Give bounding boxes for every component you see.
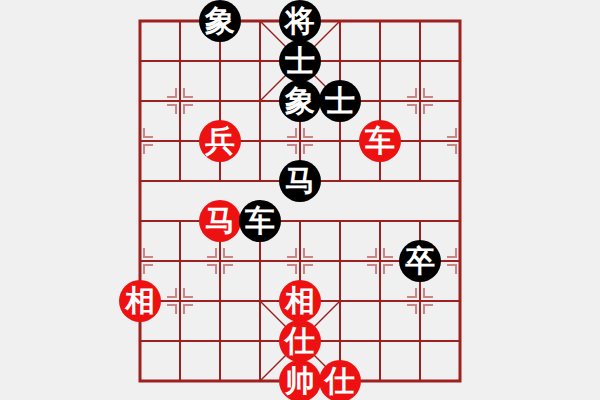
piece-black-elephant[interactable]: 象 [279, 80, 321, 122]
piece-red-general[interactable]: 帅 [279, 360, 321, 400]
piece-black-advisor[interactable]: 士 [319, 80, 361, 122]
piece-black-chariot[interactable]: 车 [239, 200, 281, 242]
piece-black-general[interactable]: 将 [279, 0, 321, 42]
piece-black-advisor[interactable]: 士 [279, 40, 321, 82]
piece-red-elephant[interactable]: 相 [119, 280, 161, 322]
piece-red-chariot[interactable]: 车 [359, 120, 401, 162]
piece-red-advisor[interactable]: 仕 [319, 360, 361, 400]
pieces-layer: 象将士象士兵车马马车卒相相仕帅仕 [120, 1, 480, 400]
piece-black-soldier[interactable]: 卒 [399, 240, 441, 282]
piece-black-elephant[interactable]: 象 [199, 0, 241, 42]
piece-black-horse[interactable]: 马 [279, 160, 321, 202]
xiangqi-app-window: 象将士象士兵车马马车卒相相仕帅仕 [0, 0, 600, 400]
piece-red-elephant[interactable]: 相 [279, 280, 321, 322]
piece-red-advisor[interactable]: 仕 [279, 320, 321, 362]
piece-red-horse[interactable]: 马 [199, 200, 241, 242]
piece-red-pawn[interactable]: 兵 [199, 120, 241, 162]
